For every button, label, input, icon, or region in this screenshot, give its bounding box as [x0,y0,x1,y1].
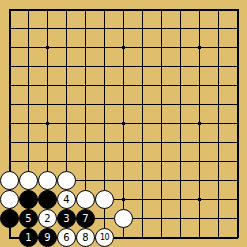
grid-line-vertical [218,9,219,19]
board-intersection[interactable] [152,133,171,152]
grid-line-vertical [161,95,162,114]
grid-line-vertical [104,38,105,57]
grid-line-vertical [123,57,124,76]
board-intersection[interactable] [76,114,95,133]
white-stone [95,190,114,209]
grid-line-horizontal [9,123,19,124]
board-intersection[interactable] [228,19,247,38]
board-intersection[interactable] [152,114,171,133]
board-intersection[interactable] [190,38,209,57]
grid-line-vertical [218,114,219,133]
board-intersection[interactable] [19,19,38,38]
grid-line-vertical [85,171,86,190]
grid-line-vertical [218,38,219,57]
board-intersection[interactable] [228,209,247,228]
board-intersection[interactable] [152,190,171,209]
board-intersection[interactable] [133,190,152,209]
board-intersection[interactable] [0,38,19,57]
board-intersection[interactable] [228,0,247,19]
board-intersection[interactable] [209,114,228,133]
board-intersection[interactable]: 7 [76,209,95,228]
grid-line-vertical [180,19,181,38]
grid-line-vertical [47,152,48,171]
board-intersection[interactable] [114,133,133,152]
grid-line-vertical [28,57,29,76]
board-intersection[interactable] [114,57,133,76]
board-intersection[interactable] [228,76,247,95]
grid-line-vertical [85,76,86,95]
board-intersection[interactable] [76,133,95,152]
board-intersection[interactable] [152,152,171,171]
star-point [198,198,201,201]
board-intersection[interactable] [0,95,19,114]
white-stone [0,171,19,190]
board-intersection[interactable] [171,228,190,247]
board-intersection[interactable] [38,114,57,133]
board-intersection[interactable] [209,152,228,171]
board-intersection[interactable]: 8 [76,228,95,247]
board-intersection[interactable] [95,0,114,19]
board-intersection[interactable] [19,76,38,95]
board-intersection[interactable] [133,228,152,247]
board-intersection[interactable] [209,76,228,95]
grid-line-vertical [104,114,105,133]
board-intersection[interactable] [228,228,247,247]
grid-line-vertical [142,9,143,19]
board-intersection[interactable] [228,190,247,209]
grid-line-vertical [180,57,181,76]
grid-line-vertical [199,133,200,152]
board-intersection[interactable] [57,133,76,152]
board-intersection[interactable] [171,190,190,209]
white-stone [76,190,95,209]
star-point [122,198,125,201]
board-intersection[interactable] [95,38,114,57]
board-intersection[interactable] [171,114,190,133]
board-intersection[interactable] [0,228,19,247]
board-intersection[interactable] [114,152,133,171]
board-intersection[interactable] [76,95,95,114]
board-intersection[interactable] [209,228,228,247]
grid-line-vertical [237,190,239,209]
board-intersection[interactable] [76,19,95,38]
board-intersection[interactable] [209,209,228,228]
grid-line-vertical [85,152,86,171]
board-intersection[interactable] [152,19,171,38]
board-intersection[interactable] [133,133,152,152]
board-intersection[interactable] [209,38,228,57]
board-intersection[interactable] [114,38,133,57]
board-intersection[interactable] [114,114,133,133]
board-intersection[interactable] [57,57,76,76]
board-intersection[interactable] [133,0,152,19]
grid-line-vertical [142,152,143,171]
grid-line-vertical [237,114,239,133]
board-intersection[interactable] [76,190,95,209]
white-stone-move-4: 4 [57,190,76,209]
grid-line-horizontal [9,104,19,105]
board-intersection[interactable] [152,209,171,228]
board-intersection[interactable] [38,152,57,171]
white-stone [0,190,19,209]
board-intersection[interactable] [95,95,114,114]
grid-line-vertical [199,95,200,114]
board-intersection[interactable] [38,133,57,152]
board-intersection[interactable] [76,57,95,76]
board-intersection[interactable] [190,133,209,152]
grid-line-vertical [9,76,11,95]
board-intersection[interactable] [133,114,152,133]
board-intersection[interactable] [0,19,19,38]
board-intersection[interactable]: 5 [19,209,38,228]
board-intersection[interactable] [76,171,95,190]
black-stone-move-9: 9 [38,228,57,247]
star-point [46,122,49,125]
board-intersection[interactable] [0,76,19,95]
board-intersection[interactable] [19,152,38,171]
white-stone [57,171,76,190]
board-intersection[interactable] [209,95,228,114]
board-intersection[interactable] [171,133,190,152]
board-intersection[interactable] [57,76,76,95]
board-intersection[interactable] [133,57,152,76]
board-intersection[interactable] [209,133,228,152]
grid-line-vertical [237,57,239,76]
board-intersection[interactable] [171,19,190,38]
board-intersection[interactable] [133,209,152,228]
grid-line-vertical [66,95,67,114]
grid-line-vertical [142,171,143,190]
board-intersection[interactable] [38,190,57,209]
board-intersection[interactable] [114,76,133,95]
grid-line-vertical [9,228,11,238]
board-intersection[interactable] [228,152,247,171]
board-intersection[interactable] [190,171,209,190]
grid-line-vertical [161,152,162,171]
board-intersection[interactable]: 9 [38,228,57,247]
grid-line-vertical [161,57,162,76]
grid-line-vertical [237,171,239,190]
board-intersection[interactable] [95,133,114,152]
grid-line-vertical [85,38,86,57]
board-intersection[interactable] [95,152,114,171]
board-intersection[interactable] [95,19,114,38]
grid-line-vertical [66,76,67,95]
grid-line-vertical [104,152,105,171]
grid-line-vertical [237,38,239,57]
grid-line-horizontal [9,85,19,86]
grid-line-vertical [142,190,143,209]
grid-line-vertical [85,57,86,76]
board-intersection[interactable] [57,152,76,171]
board-intersection[interactable] [76,152,95,171]
board-intersection[interactable] [152,0,171,19]
black-stone [38,190,57,209]
grid-line-vertical [9,38,11,57]
board-intersection[interactable] [19,57,38,76]
white-stone-move-6: 6 [57,228,76,247]
board-intersection[interactable] [0,0,19,19]
grid-line-vertical [9,133,11,152]
board-intersection[interactable] [114,209,133,228]
grid-line-vertical [161,171,162,190]
board-intersection[interactable] [95,114,114,133]
go-board: 45237196810 [0,0,247,247]
grid-line-vertical [161,76,162,95]
board-intersection[interactable] [19,114,38,133]
board-intersection[interactable] [209,190,228,209]
grid-line-vertical [47,19,48,38]
grid-line-vertical [104,19,105,38]
black-stone [19,190,38,209]
grid-line-vertical [85,133,86,152]
board-intersection[interactable] [0,133,19,152]
board-intersection[interactable] [152,38,171,57]
grid-line-vertical [123,95,124,114]
black-stone-move-5: 5 [19,209,38,228]
board-intersection[interactable] [171,38,190,57]
grid-line-vertical [28,19,29,38]
board-intersection[interactable] [95,57,114,76]
board-intersection[interactable] [133,19,152,38]
white-stone-move-8: 8 [76,228,95,247]
board-intersection[interactable] [19,133,38,152]
grid-line-horizontal [9,66,19,67]
board-intersection[interactable] [133,171,152,190]
grid-line-horizontal [9,161,19,162]
grid-line-vertical [66,133,67,152]
grid-line-vertical [9,114,11,133]
grid-line-vertical [66,38,67,57]
board-intersection[interactable] [38,76,57,95]
board-intersection[interactable] [133,152,152,171]
board-intersection[interactable] [76,76,95,95]
grid-line-horizontal [9,9,19,11]
grid-line-vertical [199,171,200,190]
grid-line-vertical [123,171,124,190]
board-intersection[interactable] [76,38,95,57]
grid-line-vertical [85,95,86,114]
grid-line-vertical [104,209,105,228]
board-intersection[interactable] [95,76,114,95]
board-intersection[interactable] [0,57,19,76]
grid-line-vertical [142,133,143,152]
board-intersection[interactable] [209,19,228,38]
black-stone-move-7: 7 [76,209,95,228]
board-intersection[interactable] [228,171,247,190]
board-intersection[interactable] [133,38,152,57]
board-intersection[interactable] [0,171,19,190]
grid-line-vertical [104,76,105,95]
grid-line-vertical [142,114,143,133]
grid-line-vertical [104,57,105,76]
board-intersection[interactable] [114,171,133,190]
board-intersection[interactable] [171,57,190,76]
board-intersection[interactable] [171,95,190,114]
board-intersection[interactable] [95,190,114,209]
grid-line-vertical [28,38,29,57]
grid-line-vertical [180,133,181,152]
grid-line-vertical [218,228,219,238]
grid-line-vertical [104,133,105,152]
grid-line-vertical [161,9,162,19]
white-stone-move-10: 10 [95,228,114,247]
grid-line-vertical [9,152,11,171]
grid-line-vertical [104,95,105,114]
board-intersection[interactable] [114,19,133,38]
board-intersection[interactable] [228,114,247,133]
board-intersection[interactable] [38,0,57,19]
grid-line-vertical [123,152,124,171]
grid-line-vertical [161,114,162,133]
board-intersection[interactable]: 6 [57,228,76,247]
grid-line-vertical [28,76,29,95]
board-intersection[interactable] [190,190,209,209]
grid-line-vertical [123,76,124,95]
grid-line-vertical [180,190,181,209]
star-point [122,122,125,125]
board-intersection[interactable] [171,171,190,190]
board-intersection[interactable] [152,228,171,247]
grid-line-vertical [47,95,48,114]
grid-line-vertical [237,9,239,19]
board-intersection[interactable] [38,95,57,114]
board-intersection[interactable] [19,38,38,57]
star-point [198,46,201,49]
grid-line-vertical [47,76,48,95]
grid-line-vertical [237,76,239,95]
grid-line-vertical [9,57,11,76]
board-intersection[interactable] [228,38,247,57]
board-intersection[interactable] [190,228,209,247]
grid-line-vertical [47,57,48,76]
black-stone [0,209,19,228]
board-intersection[interactable] [0,152,19,171]
grid-line-vertical [199,152,200,171]
board-intersection[interactable] [114,0,133,19]
grid-line-vertical [237,19,239,38]
board-intersection[interactable] [152,57,171,76]
board-intersection[interactable] [38,38,57,57]
grid-line-vertical [66,19,67,38]
grid-line-vertical [180,114,181,133]
board-intersection[interactable] [209,171,228,190]
board-intersection[interactable] [228,133,247,152]
board-intersection[interactable] [57,0,76,19]
board-intersection[interactable] [152,171,171,190]
board-intersection[interactable] [171,209,190,228]
board-intersection[interactable] [190,76,209,95]
grid-line-vertical [28,95,29,114]
board-intersection[interactable]: 1 [19,228,38,247]
board-intersection[interactable] [228,95,247,114]
board-intersection[interactable] [152,76,171,95]
board-intersection[interactable] [228,57,247,76]
grid-line-vertical [218,133,219,152]
grid-line-vertical [85,19,86,38]
grid-line-vertical [199,57,200,76]
board-intersection[interactable] [76,0,95,19]
board-intersection[interactable] [19,171,38,190]
board-intersection[interactable] [19,190,38,209]
board-intersection[interactable] [38,171,57,190]
grid-line-vertical [199,9,200,19]
grid-line-vertical [142,209,143,228]
grid-line-vertical [218,57,219,76]
grid-line-vertical [161,38,162,57]
board-intersection[interactable] [171,76,190,95]
board-intersection[interactable] [0,190,19,209]
board-intersection[interactable] [171,0,190,19]
board-intersection[interactable] [133,95,152,114]
board-intersection[interactable] [0,209,19,228]
board-intersection[interactable]: 4 [57,190,76,209]
board-intersection[interactable] [19,95,38,114]
grid-line-vertical [142,38,143,57]
grid-line-horizontal [9,28,19,29]
board-intersection[interactable] [190,152,209,171]
board-intersection[interactable] [190,95,209,114]
board-intersection[interactable]: 10 [95,228,114,247]
board-intersection[interactable] [57,95,76,114]
grid-line-vertical [180,171,181,190]
grid-line-vertical [237,152,239,171]
board-intersection[interactable] [152,95,171,114]
board-intersection[interactable] [57,171,76,190]
board-intersection[interactable] [209,57,228,76]
grid-line-vertical [180,209,181,228]
board-intersection[interactable] [114,190,133,209]
board-intersection[interactable] [171,152,190,171]
board-intersection[interactable] [133,76,152,95]
board-intersection[interactable] [114,95,133,114]
board-intersection[interactable] [19,0,38,19]
board-intersection[interactable] [190,0,209,19]
star-point [122,46,125,49]
grid-line-vertical [218,209,219,228]
grid-line-vertical [218,171,219,190]
board-intersection[interactable]: 3 [57,209,76,228]
board-intersection[interactable] [209,0,228,19]
grid-line-vertical [85,114,86,133]
grid-line-vertical [180,76,181,95]
grid-line-vertical [218,19,219,38]
grid-line-vertical [161,19,162,38]
board-intersection[interactable] [95,209,114,228]
board-intersection[interactable] [38,19,57,38]
board-intersection[interactable] [190,209,209,228]
grid-line-vertical [218,95,219,114]
grid-line-vertical [66,9,67,19]
board-intersection[interactable] [57,19,76,38]
board-intersection[interactable] [57,38,76,57]
grid-line-vertical [104,9,105,19]
board-intersection[interactable] [0,114,19,133]
white-stone [19,171,38,190]
board-intersection[interactable] [190,57,209,76]
board-intersection[interactable] [190,114,209,133]
black-stone-move-1: 1 [19,228,38,247]
board-intersection[interactable]: 2 [38,209,57,228]
board-intersection[interactable] [57,114,76,133]
board-intersection[interactable] [38,57,57,76]
board-intersection[interactable] [95,171,114,190]
board-intersection[interactable] [190,19,209,38]
grid-line-vertical [218,76,219,95]
grid-line-vertical [123,228,124,238]
board-intersection[interactable] [114,228,133,247]
grid-line-vertical [199,228,200,238]
